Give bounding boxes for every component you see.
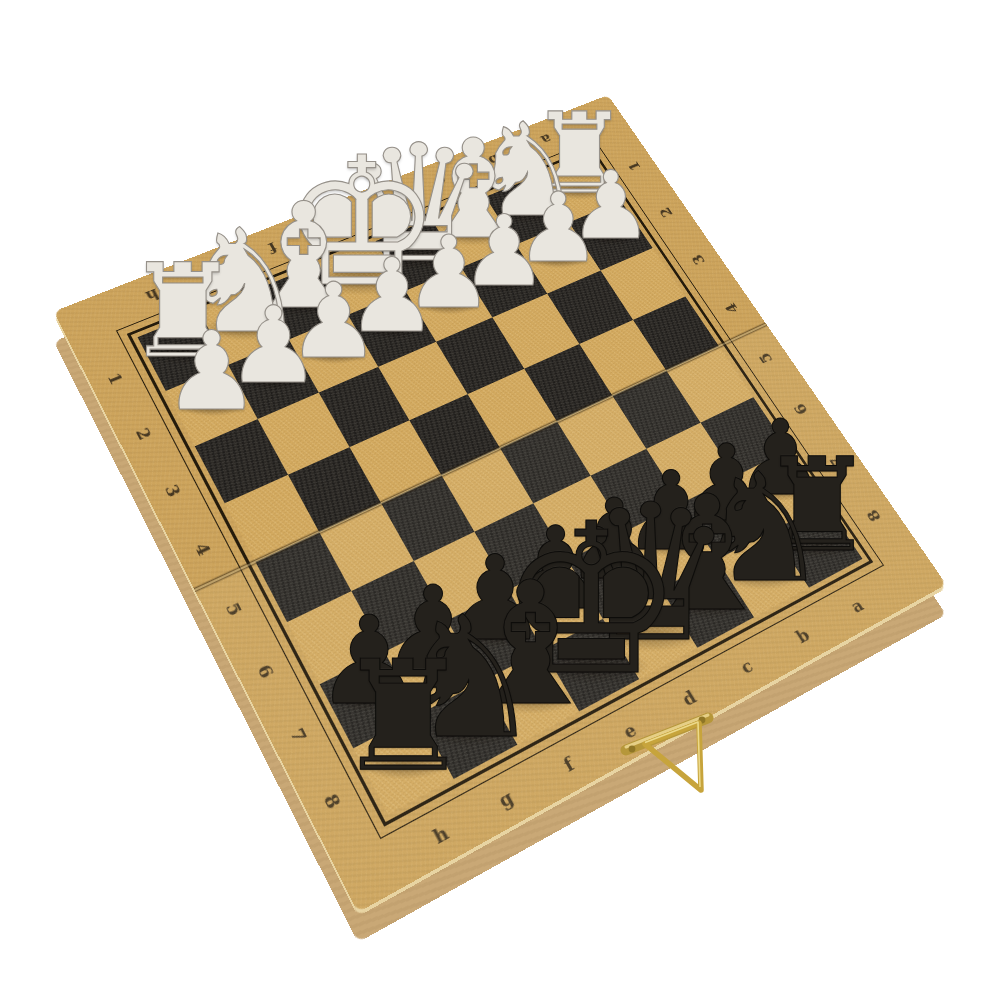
chess-set-photo: aa11bb22cc33dd44ee55ff66gg77hh88 ♜♞♝♛♚♝♞…: [0, 0, 1000, 1000]
black-rook-h8[interactable]: ♜: [335, 641, 471, 793]
white-pawn-h2[interactable]: ♟: [163, 317, 261, 426]
piece-layer: ♜♞♝♛♚♝♞♜♟♟♟♟♟♟♟♟♟♟♟♟♟♟♟♟♜♞♝♛♚♝♞♜: [0, 0, 1000, 1000]
